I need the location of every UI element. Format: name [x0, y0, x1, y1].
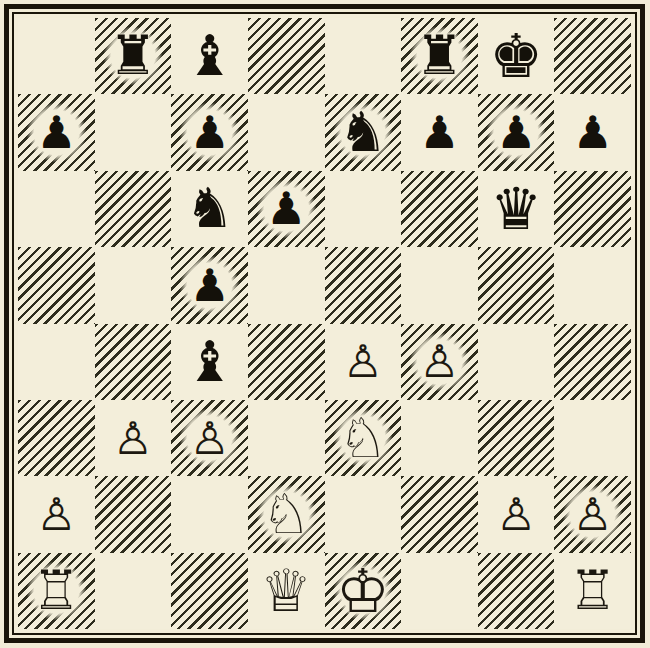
square-f6 — [401, 171, 478, 247]
piece-white-rook-a1: ♖ — [18, 553, 95, 629]
square-d8 — [248, 18, 325, 94]
diagram-inner-frame: ♜♝♜♚♟♟♞♟♟♟♞♟♛♟♝♙♙♙♙♘♙♘♙♙♖♕♔♖ — [12, 12, 637, 635]
square-a7: ♟ — [18, 94, 95, 170]
square-e7: ♞ — [325, 94, 402, 170]
square-g7: ♟ — [478, 94, 555, 170]
piece-white-queen-d1: ♕ — [248, 553, 325, 629]
piece-black-rook-b8: ♜ — [95, 18, 172, 94]
square-h1: ♖ — [554, 553, 631, 629]
piece-black-knight-e7: ♞ — [325, 94, 402, 170]
square-c5: ♟ — [171, 247, 248, 323]
square-d7 — [248, 94, 325, 170]
piece-white-pawn-g2: ♙ — [478, 476, 555, 552]
piece-white-knight-e3: ♘ — [325, 400, 402, 476]
square-b8: ♜ — [95, 18, 172, 94]
square-h5 — [554, 247, 631, 323]
piece-white-pawn-f4: ♙ — [401, 324, 478, 400]
square-a5 — [18, 247, 95, 323]
piece-black-pawn-f7: ♟ — [401, 94, 478, 170]
book-page: ♜♝♜♚♟♟♞♟♟♟♞♟♛♟♝♙♙♙♙♘♙♘♙♙♖♕♔♖ — [0, 0, 650, 648]
square-g6: ♛ — [478, 171, 555, 247]
square-b2 — [95, 476, 172, 552]
square-h6 — [554, 171, 631, 247]
square-h3 — [554, 400, 631, 476]
diagram-outer-frame: ♜♝♜♚♟♟♞♟♟♟♞♟♛♟♝♙♙♙♙♘♙♘♙♙♖♕♔♖ — [4, 4, 645, 643]
chess-board: ♜♝♜♚♟♟♞♟♟♟♞♟♛♟♝♙♙♙♙♘♙♘♙♙♖♕♔♖ — [18, 18, 631, 629]
square-c6: ♞ — [171, 171, 248, 247]
square-f3 — [401, 400, 478, 476]
square-d2: ♘ — [248, 476, 325, 552]
piece-black-bishop-c4: ♝ — [171, 324, 248, 400]
square-a2: ♙ — [18, 476, 95, 552]
piece-white-pawn-b3: ♙ — [95, 400, 172, 476]
square-g4 — [478, 324, 555, 400]
piece-black-king-g8: ♚ — [478, 18, 555, 94]
square-h2: ♙ — [554, 476, 631, 552]
square-e4: ♙ — [325, 324, 402, 400]
piece-black-queen-g6: ♛ — [478, 171, 555, 247]
square-c7: ♟ — [171, 94, 248, 170]
piece-white-pawn-c3: ♙ — [171, 400, 248, 476]
square-a1: ♖ — [18, 553, 95, 629]
piece-black-pawn-h7: ♟ — [554, 94, 631, 170]
square-e5 — [325, 247, 402, 323]
square-a6 — [18, 171, 95, 247]
square-d1: ♕ — [248, 553, 325, 629]
square-f5 — [401, 247, 478, 323]
square-f4: ♙ — [401, 324, 478, 400]
square-a8 — [18, 18, 95, 94]
piece-white-pawn-h2: ♙ — [554, 476, 631, 552]
square-g2: ♙ — [478, 476, 555, 552]
square-h8 — [554, 18, 631, 94]
piece-black-pawn-c7: ♟ — [171, 94, 248, 170]
square-e6 — [325, 171, 402, 247]
piece-black-rook-f8: ♜ — [401, 18, 478, 94]
square-g5 — [478, 247, 555, 323]
piece-black-pawn-c5: ♟ — [171, 247, 248, 323]
square-d4 — [248, 324, 325, 400]
square-f2 — [401, 476, 478, 552]
square-c1 — [171, 553, 248, 629]
square-f1 — [401, 553, 478, 629]
square-e3: ♘ — [325, 400, 402, 476]
square-g3 — [478, 400, 555, 476]
piece-black-knight-c6: ♞ — [171, 171, 248, 247]
square-b6 — [95, 171, 172, 247]
square-b7 — [95, 94, 172, 170]
square-a3 — [18, 400, 95, 476]
piece-black-bishop-c8: ♝ — [171, 18, 248, 94]
square-b4 — [95, 324, 172, 400]
piece-black-pawn-a7: ♟ — [18, 94, 95, 170]
square-e8 — [325, 18, 402, 94]
piece-white-rook-h1: ♖ — [554, 553, 631, 629]
piece-black-pawn-d6: ♟ — [248, 171, 325, 247]
piece-black-pawn-g7: ♟ — [478, 94, 555, 170]
piece-white-king-e1: ♔ — [325, 553, 402, 629]
square-b5 — [95, 247, 172, 323]
square-b1 — [95, 553, 172, 629]
square-g8: ♚ — [478, 18, 555, 94]
square-h4 — [554, 324, 631, 400]
square-c4: ♝ — [171, 324, 248, 400]
piece-white-pawn-a2: ♙ — [18, 476, 95, 552]
square-c8: ♝ — [171, 18, 248, 94]
square-b3: ♙ — [95, 400, 172, 476]
square-d3 — [248, 400, 325, 476]
square-c2 — [171, 476, 248, 552]
square-f7: ♟ — [401, 94, 478, 170]
square-a4 — [18, 324, 95, 400]
square-c3: ♙ — [171, 400, 248, 476]
square-e2 — [325, 476, 402, 552]
piece-white-knight-d2: ♘ — [248, 476, 325, 552]
square-e1: ♔ — [325, 553, 402, 629]
piece-white-pawn-e4: ♙ — [325, 324, 402, 400]
square-f8: ♜ — [401, 18, 478, 94]
square-d6: ♟ — [248, 171, 325, 247]
square-h7: ♟ — [554, 94, 631, 170]
square-g1 — [478, 553, 555, 629]
square-d5 — [248, 247, 325, 323]
